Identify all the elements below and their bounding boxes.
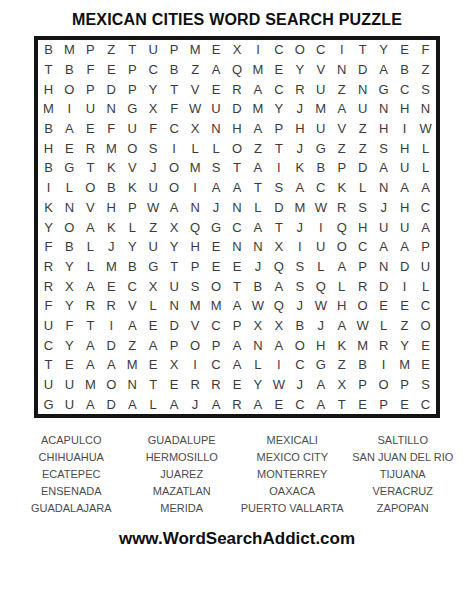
grid-cell: K <box>38 198 59 218</box>
grid-cell: L <box>247 355 268 375</box>
grid-cell: J <box>247 257 268 277</box>
grid-cell: S <box>415 375 436 395</box>
word-list-item: MEXICALI <box>239 432 346 449</box>
grid-cell: X <box>59 276 80 296</box>
grid-cell: O <box>101 375 122 395</box>
grid-cell: U <box>373 217 394 237</box>
grid-cell: E <box>206 237 227 257</box>
grid-cell: V <box>80 198 101 218</box>
grid-cell: E <box>206 40 227 60</box>
grid-cell: Z <box>331 79 352 99</box>
grid-cell: H <box>394 198 415 218</box>
word-list-item: ECATEPEC <box>18 466 125 483</box>
grid-cell: A <box>206 394 227 414</box>
grid-cell: H <box>101 198 122 218</box>
grid-cell: C <box>310 178 331 198</box>
grid-cell: V <box>122 296 143 316</box>
grid-cell: N <box>373 99 394 119</box>
grid-cell: F <box>80 60 101 80</box>
grid-cell: O <box>415 316 436 336</box>
grid-cell: I <box>331 40 352 60</box>
grid-cell: M <box>310 99 331 119</box>
grid-cell: A <box>164 198 185 218</box>
grid-cell: E <box>101 276 122 296</box>
grid-cell: X <box>227 40 248 60</box>
grid-cell: I <box>164 138 185 158</box>
grid-cell: A <box>394 178 415 198</box>
grid-cell: J <box>373 198 394 218</box>
grid-cell: X <box>331 375 352 395</box>
grid-cell: S <box>185 276 206 296</box>
grid-cell: Y <box>59 335 80 355</box>
grid-cell: L <box>415 158 436 178</box>
grid-cell: A <box>373 60 394 80</box>
grid-cell: A <box>206 178 227 198</box>
word-list: ACAPULCOCHIHUAHUAECATEPECENSENADAGUADALA… <box>18 432 456 517</box>
grid-cell: T <box>122 40 143 60</box>
grid-cell: P <box>122 198 143 218</box>
grid-cell: P <box>394 375 415 395</box>
grid-cell: M <box>247 99 268 119</box>
grid-cell: A <box>247 158 268 178</box>
grid-cell: R <box>227 79 248 99</box>
grid-cell: A <box>227 296 248 316</box>
grid-cell: A <box>206 60 227 80</box>
word-list-item: MAZATLAN <box>129 483 236 500</box>
grid-cell: U <box>59 394 80 414</box>
grid-cell: U <box>59 375 80 395</box>
grid-cell: N <box>101 99 122 119</box>
grid-cell: D <box>352 158 373 178</box>
grid-cell: P <box>164 40 185 60</box>
grid-cell: X <box>143 276 164 296</box>
word-list-column-2: GUADALUPEHERMOSILLOJUAREZMAZATLANMERIDA <box>129 432 236 517</box>
grid-cell: C <box>268 79 289 99</box>
grid-cell: U <box>143 237 164 257</box>
grid-cell: M <box>122 355 143 375</box>
grid-cell: B <box>101 178 122 198</box>
grid-cell: D <box>373 276 394 296</box>
grid-cell: M <box>101 138 122 158</box>
grid-cell: P <box>227 316 248 336</box>
grid-cell: B <box>394 60 415 80</box>
grid-cell: J <box>143 158 164 178</box>
grid-cell: A <box>247 217 268 237</box>
grid-cell: A <box>80 276 101 296</box>
grid-cell: C <box>206 316 227 336</box>
grid-cell: D <box>101 335 122 355</box>
grid-cell: I <box>185 355 206 375</box>
grid-cell: N <box>247 237 268 257</box>
grid-cell: A <box>373 158 394 178</box>
grid-cell: S <box>415 79 436 99</box>
grid-cell: B <box>59 60 80 80</box>
grid-cell: J <box>101 237 122 257</box>
grid-cell: A <box>227 335 248 355</box>
grid-cell: B <box>38 119 59 139</box>
grid-cell: W <box>143 198 164 218</box>
grid-cell: J <box>289 99 310 119</box>
grid-cell: U <box>164 276 185 296</box>
grid-cell: F <box>38 296 59 316</box>
grid-cell: U <box>310 119 331 139</box>
word-search-page: MEXICAN CITIES WORD SEARCH PUZZLE BMPZTU… <box>0 0 474 592</box>
grid-cell: O <box>59 79 80 99</box>
grid-cell: P <box>206 335 227 355</box>
grid-cell: C <box>227 217 248 237</box>
grid-cell: O <box>164 158 185 178</box>
grid-cell: P <box>352 375 373 395</box>
grid-cell: W <box>268 375 289 395</box>
grid-cell: A <box>289 178 310 198</box>
grid-cell: S <box>143 138 164 158</box>
grid-cell: J <box>206 198 227 218</box>
grid-cell: A <box>247 119 268 139</box>
grid-cell: H <box>331 296 352 316</box>
grid-cell: Z <box>122 335 143 355</box>
grid-cell: T <box>247 178 268 198</box>
grid-cell: A <box>310 375 331 395</box>
grid-cell: R <box>38 276 59 296</box>
grid-cell: F <box>38 237 59 257</box>
grid-cell: M <box>101 257 122 277</box>
grid-cell: E <box>164 375 185 395</box>
grid-cell: H <box>227 119 248 139</box>
grid-cell: H <box>289 119 310 139</box>
grid-cell: I <box>101 316 122 336</box>
grid-cell: C <box>122 276 143 296</box>
grid-cell: T <box>80 158 101 178</box>
grid-cell: X <box>268 237 289 257</box>
grid-cell: Y <box>289 60 310 80</box>
grid-cell: D <box>101 394 122 414</box>
grid-cell: A <box>331 99 352 119</box>
grid-cell: A <box>143 335 164 355</box>
grid-cell: E <box>206 79 227 99</box>
grid-cell: R <box>206 375 227 395</box>
grid-cell: A <box>227 178 248 198</box>
puzzle-grid: BMPZTUPMEXICOCITYEFTBFEPCBZAQMEYVNDABZHO… <box>38 40 436 414</box>
grid-cell: E <box>415 355 436 375</box>
grid-cell: C <box>289 394 310 414</box>
grid-cell: L <box>80 257 101 277</box>
grid-cell: T <box>80 316 101 336</box>
grid-cell: L <box>373 316 394 336</box>
grid-cell: B <box>38 158 59 178</box>
grid-cell: L <box>185 138 206 158</box>
word-list-item: VERACRUZ <box>350 483 457 500</box>
grid-cell: I <box>38 178 59 198</box>
grid-cell: W <box>352 316 373 336</box>
grid-cell: A <box>80 217 101 237</box>
grid-cell: S <box>289 257 310 277</box>
grid-cell: L <box>143 296 164 316</box>
grid-cell: D <box>394 257 415 277</box>
grid-cell: U <box>122 119 143 139</box>
grid-cell: P <box>373 394 394 414</box>
grid-cell: P <box>80 40 101 60</box>
grid-cell: A <box>101 355 122 375</box>
grid-cell: R <box>185 375 206 395</box>
grid-cell: L <box>310 257 331 277</box>
grid-cell: W <box>310 198 331 218</box>
grid-cell: A <box>122 394 143 414</box>
grid-cell: T <box>38 355 59 375</box>
grid-cell: U <box>80 99 101 119</box>
grid-cell: B <box>59 237 80 257</box>
grid-cell: M <box>289 198 310 218</box>
grid-cell: E <box>80 119 101 139</box>
grid-cell: K <box>289 158 310 178</box>
grid-cell: P <box>331 158 352 178</box>
grid-cell: D <box>268 198 289 218</box>
grid-cell: U <box>310 79 331 99</box>
word-list-item: GUADALUPE <box>129 432 236 449</box>
grid-cell: S <box>268 178 289 198</box>
grid-cell: N <box>227 237 248 257</box>
grid-cell: K <box>331 178 352 198</box>
grid-cell: A <box>227 355 248 375</box>
grid-cell: T <box>268 217 289 237</box>
grid-cell: R <box>80 138 101 158</box>
grid-cell: N <box>227 198 248 218</box>
grid-cell: E <box>227 375 248 395</box>
grid-cell: B <box>164 60 185 80</box>
grid-cell: L <box>143 394 164 414</box>
grid-cell: H <box>38 79 59 99</box>
grid-cell: Q <box>185 217 206 237</box>
grid-cell: Q <box>310 276 331 296</box>
grid-cell: N <box>373 178 394 198</box>
grid-cell: U <box>38 375 59 395</box>
grid-cell: E <box>59 138 80 158</box>
grid-cell: L <box>80 237 101 257</box>
word-list-item: SALTILLO <box>350 432 457 449</box>
word-list-item: MERIDA <box>129 500 236 517</box>
grid-cell: A <box>164 394 185 414</box>
grid-cell: Z <box>331 138 352 158</box>
grid-cell: E <box>101 60 122 80</box>
grid-cell: S <box>373 138 394 158</box>
grid-cell: B <box>289 316 310 336</box>
grid-cell: H <box>352 217 373 237</box>
grid-cell: L <box>415 138 436 158</box>
grid-cell: P <box>415 237 436 257</box>
grid-cell: N <box>164 296 185 316</box>
word-list-item: CHIHUAHUA <box>18 449 125 466</box>
grid-cell: A <box>331 316 352 336</box>
grid-cell: X <box>185 119 206 139</box>
grid-cell: M <box>38 99 59 119</box>
grid-cell: B <box>310 158 331 178</box>
grid-cell: O <box>164 178 185 198</box>
grid-cell: R <box>227 394 248 414</box>
grid-cell: K <box>331 335 352 355</box>
grid-cell: G <box>143 257 164 277</box>
word-list-column-1: ACAPULCOCHIHUAHUAECATEPECENSENADAGUADALA… <box>18 432 125 517</box>
word-list-item: ZAPOPAN <box>350 500 457 517</box>
grid-cell: A <box>80 394 101 414</box>
grid-cell: M <box>247 60 268 80</box>
grid-cell: E <box>394 296 415 316</box>
footer-url: www.WordSearchAddict.com <box>0 529 474 549</box>
grid-cell: N <box>185 198 206 218</box>
grid-cell: I <box>373 355 394 375</box>
grid-cell: Y <box>59 296 80 316</box>
grid-cell: V <box>185 316 206 336</box>
grid-cell: C <box>415 394 436 414</box>
grid-cell: I <box>247 40 268 60</box>
word-list-item: PUERTO VALLARTA <box>239 500 346 517</box>
grid-cell: W <box>310 296 331 316</box>
grid-cell: F <box>143 119 164 139</box>
grid-cell: C <box>268 40 289 60</box>
grid-cell: B <box>122 257 143 277</box>
grid-cell: L <box>415 276 436 296</box>
grid-cell: N <box>373 257 394 277</box>
grid-cell: E <box>227 257 248 277</box>
grid-cell: O <box>59 217 80 237</box>
grid-cell: B <box>247 276 268 296</box>
grid-cell: T <box>143 375 164 395</box>
grid-cell: A <box>310 394 331 414</box>
word-list-item: GUADALAJARA <box>18 500 125 517</box>
grid-cell: R <box>289 79 310 99</box>
grid-cell: J <box>185 394 206 414</box>
grid-cell: E <box>394 394 415 414</box>
grid-cell: N <box>247 335 268 355</box>
grid-cell: M <box>352 335 373 355</box>
grid-cell: Z <box>331 355 352 375</box>
grid-cell: G <box>373 79 394 99</box>
grid-cell: P <box>268 119 289 139</box>
grid-cell: O <box>331 237 352 257</box>
grid-cell: O <box>122 138 143 158</box>
grid-cell: V <box>122 158 143 178</box>
grid-cell: N <box>415 99 436 119</box>
grid-cell: R <box>80 296 101 316</box>
grid-cell: S <box>289 276 310 296</box>
grid-cell: X <box>268 316 289 336</box>
grid-cell: P <box>164 335 185 355</box>
grid-cell: G <box>206 217 227 237</box>
grid-cell: O <box>80 178 101 198</box>
grid-cell: I <box>268 355 289 375</box>
grid-cell: A <box>247 394 268 414</box>
grid-cell: C <box>310 40 331 60</box>
grid-cell: T <box>227 276 248 296</box>
grid-cell: A <box>59 119 80 139</box>
grid-cell: C <box>38 335 59 355</box>
grid-cell: A <box>268 276 289 296</box>
grid-cell: A <box>122 316 143 336</box>
grid-cell: P <box>122 79 143 99</box>
grid-cell: R <box>101 296 122 316</box>
grid-cell: Q <box>227 60 248 80</box>
grid-cell: C <box>415 198 436 218</box>
grid-cell: E <box>143 355 164 375</box>
grid-cell: Z <box>415 60 436 80</box>
grid-cell: W <box>415 119 436 139</box>
puzzle-grid-frame: BMPZTUPMEXICOCITYEFTBFEPCBZAQMEYVNDABZHO… <box>34 36 440 418</box>
grid-cell: F <box>415 40 436 60</box>
grid-cell: A <box>247 79 268 99</box>
grid-cell: C <box>206 355 227 375</box>
grid-cell: T <box>352 40 373 60</box>
grid-cell: C <box>352 237 373 257</box>
word-list-item: SAN JUAN DEL RIO <box>350 449 457 466</box>
grid-cell: V <box>331 119 352 139</box>
grid-cell: Z <box>247 138 268 158</box>
grid-cell: Z <box>352 138 373 158</box>
grid-cell: G <box>122 99 143 119</box>
grid-cell: A <box>268 335 289 355</box>
grid-cell: D <box>352 60 373 80</box>
grid-cell: O <box>206 276 227 296</box>
grid-cell: P <box>185 257 206 277</box>
grid-cell: T <box>164 79 185 99</box>
grid-cell: N <box>331 60 352 80</box>
grid-cell: W <box>185 99 206 119</box>
grid-cell: G <box>310 355 331 375</box>
grid-cell: J <box>289 138 310 158</box>
grid-cell: C <box>143 60 164 80</box>
grid-cell: T <box>227 158 248 178</box>
grid-cell: E <box>59 355 80 375</box>
grid-cell: E <box>268 60 289 80</box>
grid-cell: J <box>310 316 331 336</box>
grid-cell: A <box>80 355 101 375</box>
grid-cell: U <box>143 178 164 198</box>
grid-cell: L <box>59 178 80 198</box>
grid-cell: I <box>268 158 289 178</box>
grid-cell: H <box>38 138 59 158</box>
grid-cell: T <box>268 138 289 158</box>
grid-cell: Z <box>143 217 164 237</box>
word-list-item: MEXICO CITY <box>239 449 346 466</box>
grid-cell: W <box>247 296 268 316</box>
grid-cell: E <box>143 316 164 336</box>
word-list-column-4: SALTILLOSAN JUAN DEL RIOTIJUANAVERACRUZZ… <box>350 432 457 517</box>
grid-cell: E <box>268 394 289 414</box>
grid-cell: Z <box>352 119 373 139</box>
grid-cell: Q <box>268 257 289 277</box>
grid-cell: D <box>164 316 185 336</box>
grid-cell: Y <box>247 375 268 395</box>
grid-cell: P <box>352 257 373 277</box>
grid-cell: E <box>206 257 227 277</box>
grid-cell: E <box>394 40 415 60</box>
grid-cell: P <box>122 60 143 80</box>
grid-cell: M <box>80 375 101 395</box>
grid-cell: U <box>415 257 436 277</box>
grid-cell: A <box>373 237 394 257</box>
grid-cell: M <box>185 158 206 178</box>
grid-cell: B <box>352 355 373 375</box>
grid-cell: F <box>101 119 122 139</box>
word-list-item: OAXACA <box>239 483 346 500</box>
grid-cell: Z <box>185 60 206 80</box>
grid-cell: Y <box>373 40 394 60</box>
grid-cell: H <box>394 138 415 158</box>
grid-cell: K <box>122 178 143 198</box>
grid-cell: I <box>310 217 331 237</box>
grid-cell: A <box>80 335 101 355</box>
grid-cell: V <box>185 79 206 99</box>
grid-cell: C <box>164 119 185 139</box>
grid-cell: O <box>289 40 310 60</box>
grid-cell: C <box>415 296 436 316</box>
